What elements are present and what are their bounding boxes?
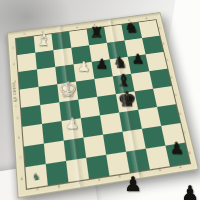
rank-label: 6 xyxy=(179,111,182,115)
file-label: a xyxy=(145,16,148,19)
rank-label: 4 xyxy=(170,75,173,79)
rank-label: 5 xyxy=(16,116,18,120)
captured-black-pawn: ♟ xyxy=(181,183,199,200)
rank-label: 1 xyxy=(158,26,161,30)
file-label: h xyxy=(24,32,26,36)
file-label: a xyxy=(179,164,182,169)
rank-label: 1 xyxy=(12,46,14,50)
captured-black-pawn: ♟ xyxy=(124,174,142,194)
board-logo-emblem: ♞ xyxy=(32,170,42,183)
rank-label: 7 xyxy=(183,130,186,134)
rank-label: 2 xyxy=(162,42,165,46)
file-label: b xyxy=(128,19,131,22)
rank-label: 5 xyxy=(174,93,177,97)
square: ♞ xyxy=(25,164,47,189)
rank-label: 6 xyxy=(18,135,20,139)
rank-label: 8 xyxy=(188,150,191,155)
square xyxy=(46,161,69,185)
file-label: d xyxy=(93,23,95,27)
rank-label: 2 xyxy=(13,62,15,66)
file-label: g xyxy=(57,184,60,189)
rank-label: 3 xyxy=(166,58,169,62)
file-label: e xyxy=(98,177,101,182)
file-label: h xyxy=(36,187,39,192)
file-label: b xyxy=(159,168,162,173)
chessboard-photo: hgfedcba hgfedcba 12345678 12345678 ♘ US… xyxy=(0,0,200,200)
rank-label: 8 xyxy=(21,176,24,181)
file-label: g xyxy=(41,30,43,34)
file-label: e xyxy=(76,26,78,30)
rank-label: 7 xyxy=(19,155,21,160)
file-label: d xyxy=(118,174,121,179)
